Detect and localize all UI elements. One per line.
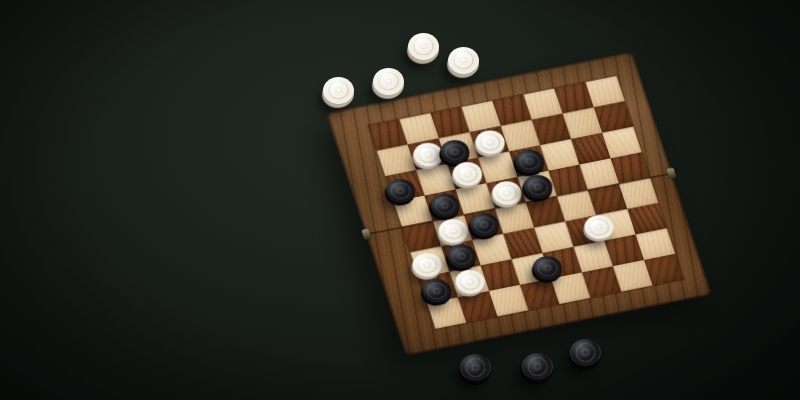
square-c7r7[interactable] <box>644 254 683 286</box>
black-checker[interactable] <box>522 353 553 380</box>
photo-scene <box>0 0 800 400</box>
checkers-board <box>326 52 712 356</box>
white-checker[interactable] <box>323 77 354 104</box>
black-checker[interactable] <box>570 339 601 366</box>
board-playfield <box>368 76 683 329</box>
hinge-icon <box>361 229 371 240</box>
white-checker[interactable] <box>373 68 404 95</box>
white-checker[interactable] <box>448 47 479 74</box>
black-checker[interactable] <box>460 354 491 381</box>
hinge-icon <box>666 168 676 179</box>
white-checker[interactable] <box>408 33 439 60</box>
